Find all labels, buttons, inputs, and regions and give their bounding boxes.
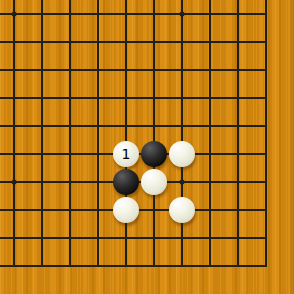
intersection-r5-c3[interactable] [84, 140, 112, 168]
intersection-r2-c5[interactable] [140, 56, 168, 84]
intersection-r6-c5[interactable] [140, 168, 168, 196]
intersection-r2-c4[interactable] [112, 56, 140, 84]
intersection-r3-c2[interactable] [56, 84, 84, 112]
intersection-r5-c5[interactable] [140, 140, 168, 168]
intersection-r8-c9[interactable] [252, 224, 280, 252]
intersection-r1-c4[interactable] [112, 28, 140, 56]
intersection-r1-c3[interactable] [84, 28, 112, 56]
intersection-r0-c7[interactable] [196, 0, 224, 28]
intersection-r6-c8[interactable] [224, 168, 252, 196]
intersection-grid: 1 [0, 0, 280, 280]
intersection-r3-c7[interactable] [196, 84, 224, 112]
intersection-r9-c1[interactable] [28, 252, 56, 280]
intersection-r1-c8[interactable] [224, 28, 252, 56]
intersection-r2-c6[interactable] [168, 56, 196, 84]
white-stone-P4[interactable] [141, 169, 167, 195]
intersection-r5-c7[interactable] [196, 140, 224, 168]
intersection-r8-c4[interactable] [112, 224, 140, 252]
intersection-r1-c1[interactable] [28, 28, 56, 56]
intersection-r8-c7[interactable] [196, 224, 224, 252]
intersection-r9-c2[interactable] [56, 252, 84, 280]
black-stone-P5[interactable] [141, 141, 167, 167]
intersection-r1-c0[interactable] [0, 28, 28, 56]
intersection-r8-c6[interactable] [168, 224, 196, 252]
intersection-r9-c4[interactable] [112, 252, 140, 280]
intersection-r7-c7[interactable] [196, 196, 224, 224]
intersection-r2-c2[interactable] [56, 56, 84, 84]
intersection-r0-c9[interactable] [252, 0, 280, 28]
intersection-r7-c6[interactable] [168, 196, 196, 224]
intersection-r3-c9[interactable] [252, 84, 280, 112]
intersection-r8-c1[interactable] [28, 224, 56, 252]
intersection-r9-c6[interactable] [168, 252, 196, 280]
intersection-r2-c0[interactable] [0, 56, 28, 84]
intersection-r1-c9[interactable] [252, 28, 280, 56]
intersection-r3-c4[interactable] [112, 84, 140, 112]
intersection-r4-c6[interactable] [168, 112, 196, 140]
white-stone-O3[interactable] [113, 197, 139, 223]
intersection-r7-c1[interactable] [28, 196, 56, 224]
intersection-r9-c7[interactable] [196, 252, 224, 280]
intersection-r0-c2[interactable] [56, 0, 84, 28]
intersection-r9-c0[interactable] [0, 252, 28, 280]
intersection-r6-c2[interactable] [56, 168, 84, 196]
intersection-r6-c7[interactable] [196, 168, 224, 196]
intersection-r4-c9[interactable] [252, 112, 280, 140]
intersection-r0-c4[interactable] [112, 0, 140, 28]
intersection-r3-c1[interactable] [28, 84, 56, 112]
intersection-r0-c3[interactable] [84, 0, 112, 28]
intersection-r7-c8[interactable] [224, 196, 252, 224]
intersection-r6-c6[interactable] [168, 168, 196, 196]
intersection-r2-c3[interactable] [84, 56, 112, 84]
intersection-r4-c0[interactable] [0, 112, 28, 140]
intersection-r6-c3[interactable] [84, 168, 112, 196]
intersection-r8-c3[interactable] [84, 224, 112, 252]
intersection-r3-c3[interactable] [84, 84, 112, 112]
black-stone-O4[interactable] [113, 169, 139, 195]
intersection-r0-c6[interactable] [168, 0, 196, 28]
intersection-r3-c6[interactable] [168, 84, 196, 112]
intersection-r9-c3[interactable] [84, 252, 112, 280]
intersection-r2-c8[interactable] [224, 56, 252, 84]
intersection-r9-c5[interactable] [140, 252, 168, 280]
intersection-r4-c5[interactable] [140, 112, 168, 140]
intersection-r2-c1[interactable] [28, 56, 56, 84]
intersection-r0-c5[interactable] [140, 0, 168, 28]
intersection-r5-c8[interactable] [224, 140, 252, 168]
white-stone-Q5[interactable] [169, 141, 195, 167]
intersection-r7-c2[interactable] [56, 196, 84, 224]
intersection-r2-c9[interactable] [252, 56, 280, 84]
intersection-r0-c0[interactable] [0, 0, 28, 28]
intersection-r7-c5[interactable] [140, 196, 168, 224]
intersection-r3-c0[interactable] [0, 84, 28, 112]
intersection-r1-c7[interactable] [196, 28, 224, 56]
intersection-r5-c6[interactable] [168, 140, 196, 168]
intersection-r6-c0[interactable] [0, 168, 28, 196]
move-number-label: 1 [122, 147, 131, 161]
intersection-r4-c3[interactable] [84, 112, 112, 140]
intersection-r1-c5[interactable] [140, 28, 168, 56]
intersection-r4-c8[interactable] [224, 112, 252, 140]
intersection-r1-c6[interactable] [168, 28, 196, 56]
intersection-r4-c1[interactable] [28, 112, 56, 140]
intersection-r6-c4[interactable] [112, 168, 140, 196]
intersection-r0-c8[interactable] [224, 0, 252, 28]
intersection-r2-c7[interactable] [196, 56, 224, 84]
intersection-r7-c4[interactable] [112, 196, 140, 224]
intersection-r5-c2[interactable] [56, 140, 84, 168]
intersection-r4-c7[interactable] [196, 112, 224, 140]
intersection-r5-c1[interactable] [28, 140, 56, 168]
intersection-r5-c9[interactable] [252, 140, 280, 168]
intersection-r4-c2[interactable] [56, 112, 84, 140]
intersection-r6-c1[interactable] [28, 168, 56, 196]
intersection-r3-c5[interactable] [140, 84, 168, 112]
intersection-r8-c8[interactable] [224, 224, 252, 252]
intersection-r6-c9[interactable] [252, 168, 280, 196]
intersection-r7-c0[interactable] [0, 196, 28, 224]
white-stone-Q3[interactable] [169, 197, 195, 223]
intersection-r9-c9[interactable] [252, 252, 280, 280]
intersection-r8-c0[interactable] [0, 224, 28, 252]
intersection-r1-c2[interactable] [56, 28, 84, 56]
intersection-r5-c4[interactable]: 1 [112, 140, 140, 168]
intersection-r7-c9[interactable] [252, 196, 280, 224]
intersection-r4-c4[interactable] [112, 112, 140, 140]
white-stone-O5[interactable]: 1 [113, 141, 139, 167]
intersection-r7-c3[interactable] [84, 196, 112, 224]
intersection-r5-c0[interactable] [0, 140, 28, 168]
intersection-r3-c8[interactable] [224, 84, 252, 112]
intersection-r0-c1[interactable] [28, 0, 56, 28]
intersection-r9-c8[interactable] [224, 252, 252, 280]
go-board[interactable]: 1 [0, 0, 294, 294]
intersection-r8-c5[interactable] [140, 224, 168, 252]
intersection-r8-c2[interactable] [56, 224, 84, 252]
